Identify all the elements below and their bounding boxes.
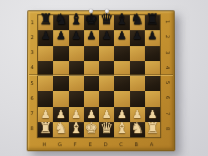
rank-label: 3	[160, 48, 175, 56]
square-a1[interactable]: ♜	[145, 15, 160, 30]
square-f3[interactable]	[69, 46, 84, 61]
white-knight-piece[interactable]: ♞	[54, 121, 68, 136]
square-h2[interactable]: ♟	[38, 30, 53, 45]
square-g6[interactable]	[53, 91, 68, 106]
file-label: G	[52, 138, 67, 149]
square-h3[interactable]	[38, 46, 53, 61]
square-h6[interactable]	[38, 91, 53, 106]
white-rook-piece[interactable]: ♜	[39, 121, 53, 136]
metal-finial	[89, 9, 93, 13]
black-pawn-piece[interactable]: ♟	[102, 31, 112, 42]
square-e1[interactable]: ♚	[84, 15, 99, 30]
square-e2[interactable]: ♟	[84, 30, 99, 45]
square-h8[interactable]: ♜	[38, 122, 53, 137]
square-g1[interactable]: ♞	[53, 15, 68, 30]
rank-label: 4	[28, 60, 36, 75]
file-label: A	[144, 138, 159, 149]
square-d6[interactable]	[99, 91, 114, 106]
square-f8[interactable]: ♝	[68, 122, 83, 137]
rank-label: 7	[160, 109, 175, 117]
black-pawn-piece[interactable]: ♟	[71, 31, 81, 42]
square-e6[interactable]	[84, 91, 99, 106]
black-pawn-piece[interactable]: ♟	[86, 31, 96, 42]
square-c8[interactable]: ♝	[114, 122, 129, 137]
square-h1[interactable]: ♜	[38, 15, 53, 30]
square-d8[interactable]: ♛	[99, 122, 114, 137]
rank-label: 2	[160, 33, 175, 41]
white-king-piece[interactable]: ♚	[85, 121, 98, 136]
square-d5[interactable]	[99, 76, 114, 91]
square-d4[interactable]	[99, 61, 114, 76]
white-knight-piece[interactable]: ♞	[130, 121, 144, 136]
chess-board: 12345678 12345678 HGFEDCBA ♜♞♝♚♛♝♞♜♟♟♟♟♟…	[27, 10, 176, 151]
file-label: H	[37, 138, 52, 149]
white-bishop-piece[interactable]: ♝	[115, 121, 129, 136]
square-a4[interactable]	[145, 61, 160, 76]
square-b1[interactable]: ♞	[129, 15, 144, 30]
square-b3[interactable]	[129, 46, 144, 61]
square-f6[interactable]	[68, 91, 83, 106]
square-d1[interactable]: ♛	[99, 15, 114, 30]
black-rook-piece[interactable]: ♜	[39, 12, 52, 27]
file-label: D	[98, 138, 113, 149]
square-e8[interactable]: ♚	[84, 122, 99, 137]
white-bishop-piece[interactable]: ♝	[69, 121, 83, 136]
square-b8[interactable]: ♞	[130, 122, 145, 137]
square-c3[interactable]	[114, 46, 129, 61]
rank-label: 6	[28, 90, 36, 105]
black-knight-piece[interactable]: ♞	[130, 12, 143, 27]
square-b6[interactable]	[130, 91, 145, 106]
file-label: F	[67, 138, 82, 149]
black-pawn-piece[interactable]: ♟	[132, 31, 142, 42]
black-king-piece[interactable]: ♚	[85, 12, 98, 27]
rank-label: 2	[28, 29, 36, 44]
black-pawn-piece[interactable]: ♟	[147, 31, 157, 42]
square-b4[interactable]	[129, 61, 144, 76]
square-e3[interactable]	[84, 46, 99, 61]
black-rook-piece[interactable]: ♜	[145, 12, 158, 27]
square-a8[interactable]: ♜	[145, 122, 160, 137]
file-labels-bottom: HGFEDCBA	[37, 138, 159, 149]
rank-label: 5	[160, 79, 175, 87]
square-g2[interactable]: ♟	[53, 30, 68, 45]
rank-label: 1	[28, 14, 36, 29]
square-f4[interactable]	[69, 61, 84, 76]
black-pawn-piece[interactable]: ♟	[56, 31, 66, 42]
square-g3[interactable]	[53, 46, 68, 61]
square-c6[interactable]	[114, 91, 129, 106]
rank-label: 8	[161, 124, 176, 132]
black-knight-piece[interactable]: ♞	[54, 12, 67, 27]
rank-label: 7	[28, 106, 36, 121]
square-c1[interactable]: ♝	[114, 15, 129, 30]
white-rook-piece[interactable]: ♜	[146, 121, 160, 136]
square-d2[interactable]: ♟	[99, 30, 114, 45]
square-g4[interactable]	[53, 61, 68, 76]
square-f1[interactable]: ♝	[69, 15, 84, 30]
square-h5[interactable]	[38, 76, 53, 91]
rank-label: 6	[160, 94, 175, 102]
squares-grid: ♜♞♝♚♛♝♞♜♟♟♟♟♟♟♟♟♟♟♟♟♟♟♟♟♜♞♝♚♛♝♞♜	[37, 14, 161, 138]
file-label: B	[129, 138, 144, 149]
square-a2[interactable]: ♟	[145, 30, 160, 45]
square-g8[interactable]: ♞	[53, 122, 68, 137]
square-a5[interactable]	[145, 76, 160, 91]
square-c4[interactable]	[114, 61, 129, 76]
square-e5[interactable]	[84, 76, 99, 91]
square-g5[interactable]	[53, 76, 68, 91]
black-pawn-piece[interactable]: ♟	[117, 31, 127, 42]
square-f5[interactable]	[68, 76, 83, 91]
square-f2[interactable]: ♟	[69, 30, 84, 45]
rank-label: 5	[28, 75, 36, 90]
square-e4[interactable]	[84, 61, 99, 76]
square-b2[interactable]: ♟	[129, 30, 144, 45]
square-c2[interactable]: ♟	[114, 30, 129, 45]
square-b5[interactable]	[129, 76, 144, 91]
square-d3[interactable]	[99, 46, 114, 61]
white-queen-piece[interactable]: ♛	[100, 121, 113, 136]
rank-label: 4	[160, 63, 175, 71]
square-c5[interactable]	[114, 76, 129, 91]
square-a6[interactable]	[145, 91, 160, 106]
black-bishop-piece[interactable]: ♝	[115, 12, 128, 27]
black-bishop-piece[interactable]: ♝	[69, 12, 82, 27]
file-label: E	[83, 138, 98, 149]
square-a3[interactable]	[145, 46, 160, 61]
rank-labels-right: 12345678	[164, 14, 172, 136]
chess-set-photo: 12345678 12345678 HGFEDCBA ♜♞♝♚♛♝♞♜♟♟♟♟♟…	[0, 0, 208, 156]
rank-label: 8	[28, 121, 36, 136]
file-label: C	[113, 138, 128, 149]
metal-finial	[105, 9, 109, 13]
square-h4[interactable]	[38, 61, 53, 76]
rank-labels-left: 12345678	[28, 14, 36, 136]
rank-label: 3	[28, 45, 36, 60]
black-pawn-piece[interactable]: ♟	[41, 31, 51, 42]
rank-label: 1	[160, 18, 175, 26]
black-queen-piece[interactable]: ♛	[100, 12, 113, 27]
